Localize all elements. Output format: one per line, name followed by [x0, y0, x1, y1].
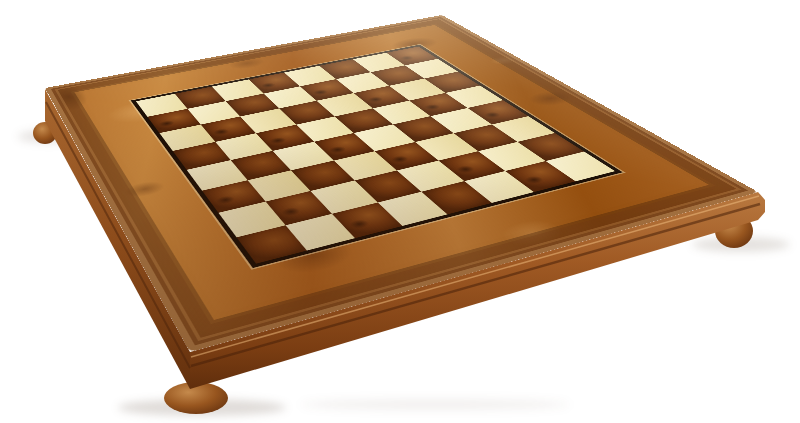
checkerboard	[131, 45, 623, 268]
stage	[0, 0, 800, 423]
